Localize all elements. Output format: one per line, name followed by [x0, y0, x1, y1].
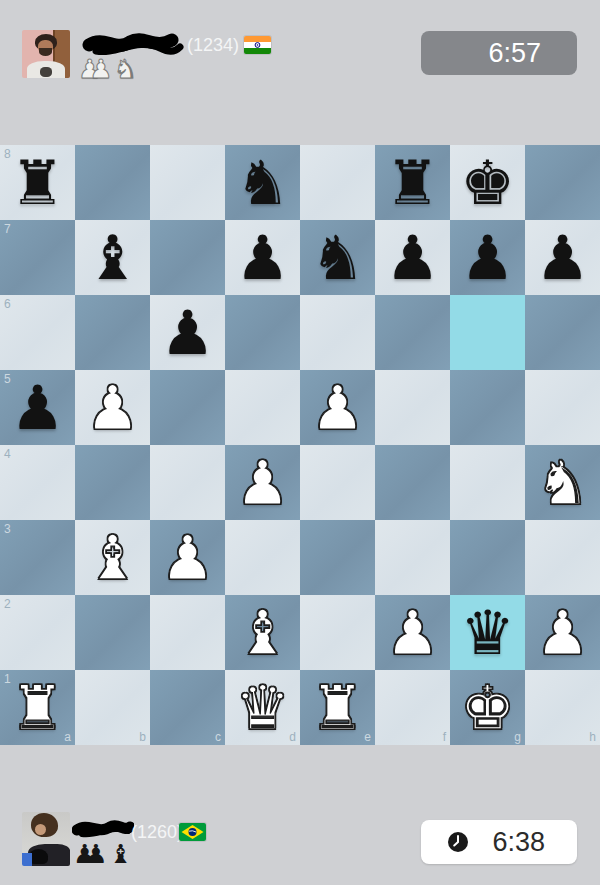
square-b3[interactable]: ♝: [75, 520, 150, 595]
square-c2[interactable]: [150, 595, 225, 670]
file-label-g: g: [514, 731, 521, 743]
rank-label-2: 2: [4, 598, 11, 610]
square-f7[interactable]: ♟: [375, 220, 450, 295]
square-h4[interactable]: ♞: [525, 445, 600, 520]
square-f4[interactable]: [375, 445, 450, 520]
india-flag-icon: [244, 36, 271, 54]
white-pawn[interactable]: ♟: [160, 520, 215, 595]
file-label-h: h: [589, 731, 596, 743]
square-a5[interactable]: 5♟: [0, 370, 75, 445]
square-b2[interactable]: [75, 595, 150, 670]
square-f6[interactable]: [375, 295, 450, 370]
black-bishop[interactable]: ♝: [85, 220, 140, 295]
square-c7[interactable]: [150, 220, 225, 295]
bottom-clock: 6:38: [421, 820, 577, 864]
clock-icon: [447, 831, 469, 853]
square-a4[interactable]: 4: [0, 445, 75, 520]
square-c6[interactable]: ♟: [150, 295, 225, 370]
square-a8[interactable]: 8♜: [0, 145, 75, 220]
square-a1[interactable]: 1a♜: [0, 670, 75, 745]
square-b4[interactable]: [75, 445, 150, 520]
rank-label-3: 3: [4, 523, 11, 535]
black-rook[interactable]: ♜: [385, 145, 440, 220]
bottom-player-name-redacted[interactable]: [72, 819, 134, 839]
white-bishop[interactable]: ♝: [85, 520, 140, 595]
rank-label-1: 1: [4, 673, 11, 685]
captured-black-pawn-icon: ♟: [84, 840, 108, 868]
top-player-rating: (1234): [187, 33, 239, 57]
square-f1[interactable]: f: [375, 670, 450, 745]
captured-white-pawn-icon: ♟: [89, 55, 113, 83]
square-g3[interactable]: [450, 520, 525, 595]
square-c1[interactable]: c: [150, 670, 225, 745]
square-f3[interactable]: [375, 520, 450, 595]
square-d2[interactable]: ♝: [225, 595, 300, 670]
square-b7[interactable]: ♝: [75, 220, 150, 295]
square-e8[interactable]: [300, 145, 375, 220]
square-d6[interactable]: [225, 295, 300, 370]
square-e7[interactable]: ♞: [300, 220, 375, 295]
black-pawn[interactable]: ♟: [235, 220, 290, 295]
square-b1[interactable]: b: [75, 670, 150, 745]
top-player-captured-pieces: ♟♟♞: [78, 55, 138, 83]
square-c3[interactable]: ♟: [150, 520, 225, 595]
captured-black-bishop-icon: ♝: [109, 840, 133, 868]
square-c8[interactable]: [150, 145, 225, 220]
white-rook[interactable]: ♜: [10, 670, 65, 745]
square-g4[interactable]: [450, 445, 525, 520]
square-g6[interactable]: [450, 295, 525, 370]
square-b6[interactable]: [75, 295, 150, 370]
square-f5[interactable]: [375, 370, 450, 445]
rank-label-4: 4: [4, 448, 11, 460]
square-d7[interactable]: ♟: [225, 220, 300, 295]
black-rook[interactable]: ♜: [10, 145, 65, 220]
square-a2[interactable]: 2: [0, 595, 75, 670]
top-clock: 6:57: [421, 31, 577, 75]
square-e6[interactable]: [300, 295, 375, 370]
square-h5[interactable]: [525, 370, 600, 445]
square-h8[interactable]: [525, 145, 600, 220]
square-f8[interactable]: ♜: [375, 145, 450, 220]
square-h2[interactable]: ♟: [525, 595, 600, 670]
rank-label-8: 8: [4, 148, 11, 160]
square-g5[interactable]: [450, 370, 525, 445]
file-label-f: f: [443, 731, 446, 743]
top-clock-time: 6:57: [488, 38, 541, 69]
square-g7[interactable]: ♟: [450, 220, 525, 295]
rank-label-7: 7: [4, 223, 11, 235]
bottom-clock-time: 6:38: [492, 827, 545, 858]
game-screen: (1234) ♟♟♞ 6:57 8♜♞♜♚7♝♟♞♟♟♟6♟5♟♟♟4♟♞3♝♟…: [0, 0, 600, 885]
square-d3[interactable]: [225, 520, 300, 595]
square-h3[interactable]: [525, 520, 600, 595]
white-pawn[interactable]: ♟: [85, 370, 140, 445]
black-pawn[interactable]: ♟: [385, 220, 440, 295]
square-d8[interactable]: ♞: [225, 145, 300, 220]
bottom-player-captured-pieces: ♟♟♝: [73, 840, 133, 868]
file-label-a: a: [64, 731, 71, 743]
square-d1[interactable]: d♛: [225, 670, 300, 745]
white-king[interactable]: ♚: [460, 670, 515, 745]
square-h1[interactable]: h: [525, 670, 600, 745]
captured-white-knight-icon: ♞: [114, 55, 138, 83]
file-label-b: b: [139, 731, 146, 743]
file-label-c: c: [215, 731, 221, 743]
square-c4[interactable]: [150, 445, 225, 520]
black-queen[interactable]: ♛: [460, 595, 515, 670]
square-c5[interactable]: [150, 370, 225, 445]
top-player-avatar[interactable]: [22, 30, 70, 78]
square-h7[interactable]: ♟: [525, 220, 600, 295]
black-pawn[interactable]: ♟: [10, 370, 65, 445]
white-bishop[interactable]: ♝: [235, 595, 290, 670]
black-pawn[interactable]: ♟: [460, 220, 515, 295]
bottom-player-rating: (1260): [131, 820, 183, 844]
square-g1[interactable]: g♚: [450, 670, 525, 745]
white-pawn[interactable]: ♟: [310, 370, 365, 445]
square-a7[interactable]: 7: [0, 220, 75, 295]
square-a3[interactable]: 3: [0, 520, 75, 595]
brazil-flag-icon: [179, 823, 206, 841]
chess-board[interactable]: 8♜♞♜♚7♝♟♞♟♟♟6♟5♟♟♟4♟♞3♝♟2♝♟♛♟1a♜bcd♛e♜fg…: [0, 145, 600, 745]
white-pawn[interactable]: ♟: [535, 595, 590, 670]
black-pawn[interactable]: ♟: [160, 295, 215, 370]
square-b5[interactable]: ♟: [75, 370, 150, 445]
black-pawn[interactable]: ♟: [535, 220, 590, 295]
white-knight[interactable]: ♞: [535, 445, 590, 520]
square-d4[interactable]: ♟: [225, 445, 300, 520]
square-e3[interactable]: [300, 520, 375, 595]
white-queen[interactable]: ♛: [235, 670, 290, 745]
bottom-player-avatar[interactable]: [22, 812, 70, 866]
square-g8[interactable]: ♚: [450, 145, 525, 220]
square-f2[interactable]: ♟: [375, 595, 450, 670]
white-rook[interactable]: ♜: [310, 670, 365, 745]
square-e5[interactable]: ♟: [300, 370, 375, 445]
black-knight[interactable]: ♞: [310, 220, 365, 295]
file-label-e: e: [364, 731, 371, 743]
black-king[interactable]: ♚: [460, 145, 515, 220]
file-label-d: d: [289, 731, 296, 743]
square-g2[interactable]: ♛: [450, 595, 525, 670]
square-h6[interactable]: [525, 295, 600, 370]
black-knight[interactable]: ♞: [235, 145, 290, 220]
square-d5[interactable]: [225, 370, 300, 445]
white-pawn[interactable]: ♟: [235, 445, 290, 520]
square-b8[interactable]: [75, 145, 150, 220]
rank-label-6: 6: [4, 298, 11, 310]
square-e2[interactable]: [300, 595, 375, 670]
square-a6[interactable]: 6: [0, 295, 75, 370]
rank-label-5: 5: [4, 373, 11, 385]
square-e1[interactable]: e♜: [300, 670, 375, 745]
square-e4[interactable]: [300, 445, 375, 520]
white-pawn[interactable]: ♟: [385, 595, 440, 670]
